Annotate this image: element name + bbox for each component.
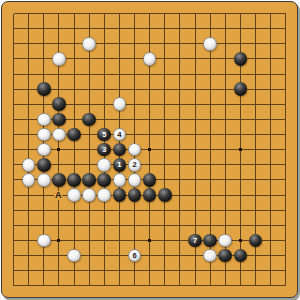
move-number-label: 6 — [132, 252, 136, 260]
grid-line-horizontal — [14, 225, 286, 226]
black-stone[interactable]: 7 — [188, 234, 202, 248]
move-number-label: 1 — [117, 161, 121, 169]
white-stone[interactable] — [67, 188, 81, 202]
black-stone[interactable] — [158, 188, 172, 202]
star-point — [57, 239, 60, 242]
black-stone[interactable] — [113, 188, 127, 202]
white-stone[interactable] — [67, 249, 81, 263]
white-stone[interactable] — [97, 158, 111, 172]
white-stone[interactable]: 2 — [128, 158, 142, 172]
white-stone[interactable] — [143, 52, 157, 66]
grid-line-horizontal — [14, 210, 286, 211]
grid-line-vertical — [164, 14, 165, 286]
move-number-label: 4 — [117, 131, 121, 139]
grid-line-horizontal — [14, 164, 286, 165]
point-label-A: A — [54, 191, 63, 200]
black-stone[interactable] — [234, 82, 248, 96]
star-point — [57, 148, 60, 151]
white-stone[interactable] — [128, 173, 142, 187]
black-stone[interactable] — [82, 173, 96, 187]
black-stone[interactable] — [128, 188, 142, 202]
white-stone[interactable] — [37, 143, 51, 157]
white-stone[interactable] — [113, 173, 127, 187]
white-stone[interactable] — [22, 158, 36, 172]
black-stone[interactable] — [249, 234, 263, 248]
grid-line-vertical — [179, 14, 180, 286]
black-stone[interactable] — [37, 82, 51, 96]
white-stone[interactable] — [52, 52, 66, 66]
grid-line-horizontal — [14, 285, 286, 286]
black-stone[interactable] — [82, 113, 96, 127]
white-stone[interactable] — [113, 97, 127, 111]
white-stone[interactable] — [218, 234, 232, 248]
black-stone[interactable]: 3 — [97, 143, 111, 157]
black-stone[interactable] — [67, 173, 81, 187]
star-point — [239, 239, 242, 242]
black-stone[interactable] — [218, 249, 232, 263]
black-stone[interactable] — [234, 249, 248, 263]
black-stone[interactable] — [67, 128, 81, 142]
star-point — [148, 239, 151, 242]
move-number-label: 5 — [102, 131, 106, 139]
black-stone[interactable] — [52, 97, 66, 111]
white-stone[interactable] — [37, 113, 51, 127]
move-number-label: 7 — [193, 237, 197, 245]
white-stone[interactable] — [52, 128, 66, 142]
white-stone[interactable] — [128, 143, 142, 157]
move-number-label: 2 — [132, 161, 136, 169]
black-stone[interactable] — [52, 173, 66, 187]
black-stone[interactable] — [37, 158, 51, 172]
white-stone[interactable] — [37, 128, 51, 142]
black-stone[interactable] — [143, 188, 157, 202]
white-stone[interactable] — [82, 37, 96, 51]
black-stone[interactable]: 5 — [97, 128, 111, 142]
grid-line-vertical — [270, 14, 271, 286]
black-stone[interactable]: 1 — [113, 158, 127, 172]
star-point — [239, 148, 242, 151]
black-stone[interactable] — [52, 113, 66, 127]
black-stone[interactable] — [143, 173, 157, 187]
grid-line-horizontal — [14, 270, 286, 271]
white-stone[interactable] — [37, 234, 51, 248]
white-stone[interactable]: 4 — [113, 128, 127, 142]
white-stone[interactable] — [203, 249, 217, 263]
black-stone[interactable] — [203, 234, 217, 248]
white-stone[interactable] — [22, 173, 36, 187]
white-stone[interactable] — [203, 37, 217, 51]
black-stone[interactable] — [97, 173, 111, 187]
move-number-label: 3 — [102, 146, 106, 154]
go-board[interactable]: 5431276A — [0, 0, 300, 300]
white-stone[interactable] — [97, 188, 111, 202]
white-stone[interactable] — [37, 173, 51, 187]
white-stone[interactable] — [82, 188, 96, 202]
black-stone[interactable] — [234, 52, 248, 66]
grid-line-vertical — [285, 14, 286, 286]
black-stone[interactable] — [113, 143, 127, 157]
white-stone[interactable]: 6 — [128, 249, 142, 263]
star-point — [148, 148, 151, 151]
